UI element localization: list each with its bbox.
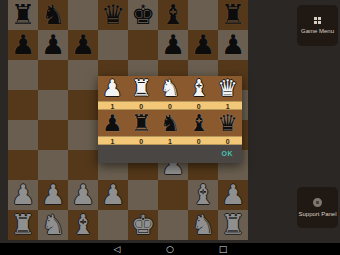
white-bishop-c1: ♝ bbox=[71, 210, 95, 240]
square-b3[interactable] bbox=[38, 150, 68, 180]
white-queen-icon: ♛ bbox=[213, 76, 242, 101]
square-a5[interactable] bbox=[8, 90, 38, 120]
square-d8[interactable]: ♛ bbox=[98, 0, 128, 30]
black-pawn-a7: ♟ bbox=[11, 30, 35, 60]
white-rook-icon: ♜ bbox=[127, 76, 156, 101]
black-pawn-f7: ♟ bbox=[161, 30, 185, 60]
support-panel-label: Support Panel bbox=[298, 211, 336, 218]
black-queen-icon: ♛ bbox=[213, 110, 242, 136]
square-d1[interactable] bbox=[98, 210, 128, 240]
black-rook-icon: ♜ bbox=[127, 110, 156, 136]
square-a8[interactable]: ♜ bbox=[8, 0, 38, 30]
square-b4[interactable] bbox=[38, 120, 68, 150]
square-d2[interactable]: ♟ bbox=[98, 180, 128, 210]
black-rook-a8: ♜ bbox=[11, 0, 35, 30]
white-rook-a1: ♜ bbox=[11, 210, 35, 240]
square-h7[interactable]: ♟ bbox=[218, 30, 248, 60]
white-pawn-d2: ♟ bbox=[101, 180, 125, 210]
black-pawn-b7: ♟ bbox=[41, 30, 65, 60]
black-queen-d8: ♛ bbox=[101, 0, 125, 30]
square-g8[interactable] bbox=[188, 0, 218, 30]
square-a7[interactable]: ♟ bbox=[8, 30, 38, 60]
square-c1[interactable]: ♝ bbox=[68, 210, 98, 240]
square-a6[interactable] bbox=[8, 60, 38, 90]
black-knight-b8: ♞ bbox=[41, 0, 65, 30]
square-f1[interactable] bbox=[158, 210, 188, 240]
square-c4[interactable] bbox=[68, 120, 98, 150]
square-c3[interactable] bbox=[68, 150, 98, 180]
home-icon[interactable]: ○ bbox=[164, 243, 176, 255]
black-rook-h8: ♜ bbox=[221, 0, 245, 30]
square-a1[interactable]: ♜ bbox=[8, 210, 38, 240]
black-king-e8: ♚ bbox=[131, 0, 155, 30]
square-b6[interactable] bbox=[38, 60, 68, 90]
square-c8[interactable] bbox=[68, 0, 98, 30]
square-a2[interactable]: ♟ bbox=[8, 180, 38, 210]
white-knight-g1: ♞ bbox=[191, 210, 215, 240]
black-knight-icon: ♞ bbox=[156, 110, 185, 136]
ok-button[interactable]: OK bbox=[222, 150, 234, 157]
square-c6[interactable] bbox=[68, 60, 98, 90]
white-bishop-icon: ♝ bbox=[184, 76, 213, 101]
square-a4[interactable] bbox=[8, 120, 38, 150]
square-c7[interactable]: ♟ bbox=[68, 30, 98, 60]
square-c2[interactable]: ♟ bbox=[68, 180, 98, 210]
support-panel-button[interactable]: Support Panel bbox=[297, 187, 338, 228]
white-pawn-b2: ♟ bbox=[41, 180, 65, 210]
dialog-white-pieces-row: ♟♜♞♝♛ bbox=[98, 76, 242, 101]
white-pawn-h2: ♟ bbox=[221, 180, 245, 210]
square-b8[interactable]: ♞ bbox=[38, 0, 68, 30]
back-icon[interactable]: ◁ bbox=[111, 243, 123, 255]
square-e2[interactable] bbox=[128, 180, 158, 210]
white-bishop-g2: ♝ bbox=[191, 180, 215, 210]
square-f7[interactable]: ♟ bbox=[158, 30, 188, 60]
square-c5[interactable] bbox=[68, 90, 98, 120]
black-bishop-icon: ♝ bbox=[184, 110, 213, 136]
white-rook-h1: ♜ bbox=[221, 210, 245, 240]
square-f8[interactable]: ♝ bbox=[158, 0, 188, 30]
black-bishop-f8: ♝ bbox=[161, 0, 185, 30]
white-knight-b1: ♞ bbox=[41, 210, 65, 240]
square-g1[interactable]: ♞ bbox=[188, 210, 218, 240]
square-h2[interactable]: ♟ bbox=[218, 180, 248, 210]
android-nav-bar: ◁ ○ □ bbox=[0, 243, 340, 255]
white-pawn-c2: ♟ bbox=[71, 180, 95, 210]
white-king-e1: ♚ bbox=[131, 210, 155, 240]
square-a3[interactable] bbox=[8, 150, 38, 180]
white-knight-icon: ♞ bbox=[156, 76, 185, 101]
black-pawn-h7: ♟ bbox=[221, 30, 245, 60]
black-pawn-icon: ♟ bbox=[98, 110, 127, 136]
white-pawn-icon: ♟ bbox=[98, 76, 127, 101]
dialog-black-counts-row: 10100 bbox=[98, 136, 242, 145]
black-pawn-c7: ♟ bbox=[71, 30, 95, 60]
square-e7[interactable] bbox=[128, 30, 158, 60]
square-e8[interactable]: ♚ bbox=[128, 0, 158, 30]
captured-pieces-dialog: ♟♜♞♝♛ 10001 ♟♜♞♝♛ 10100 OK bbox=[98, 76, 242, 163]
square-d7[interactable] bbox=[98, 30, 128, 60]
game-menu-label: Game Menu bbox=[301, 28, 334, 35]
square-b1[interactable]: ♞ bbox=[38, 210, 68, 240]
white-pawn-a2: ♟ bbox=[11, 180, 35, 210]
square-b5[interactable] bbox=[38, 90, 68, 120]
dialog-footer: OK bbox=[98, 145, 242, 163]
grid-menu-icon bbox=[314, 17, 321, 24]
square-g7[interactable]: ♟ bbox=[188, 30, 218, 60]
gear-icon bbox=[313, 198, 322, 207]
square-e1[interactable]: ♚ bbox=[128, 210, 158, 240]
square-h1[interactable]: ♜ bbox=[218, 210, 248, 240]
black-pawn-g7: ♟ bbox=[191, 30, 215, 60]
square-h8[interactable]: ♜ bbox=[218, 0, 248, 30]
square-b7[interactable]: ♟ bbox=[38, 30, 68, 60]
dialog-black-pieces-row: ♟♜♞♝♛ bbox=[98, 110, 242, 136]
square-f2[interactable] bbox=[158, 180, 188, 210]
recents-icon[interactable]: □ bbox=[217, 243, 229, 255]
chess-app-screen: ♜♞♛♚♝♜♟♟♟♟♟♟♟♝♟♟♟♟♟♟♝♟♜♞♝♚♞♜ ♟♜♞♝♛ 10001… bbox=[0, 0, 340, 255]
game-menu-button[interactable]: Game Menu bbox=[297, 5, 338, 46]
square-g2[interactable]: ♝ bbox=[188, 180, 218, 210]
dialog-white-counts-row: 10001 bbox=[98, 101, 242, 110]
square-b2[interactable]: ♟ bbox=[38, 180, 68, 210]
